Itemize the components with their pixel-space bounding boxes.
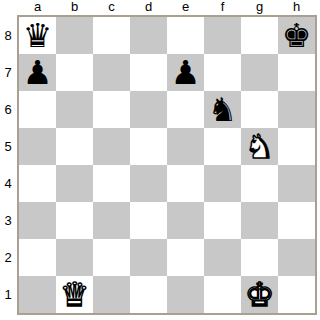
square-h4[interactable] <box>278 165 315 202</box>
square-d2[interactable] <box>130 239 167 276</box>
square-a3[interactable] <box>19 202 56 239</box>
square-d8[interactable] <box>130 17 167 54</box>
square-a8[interactable]: ♛ <box>19 17 56 54</box>
square-c8[interactable] <box>93 17 130 54</box>
square-f2[interactable] <box>204 239 241 276</box>
square-g7[interactable] <box>241 54 278 91</box>
square-c5[interactable] <box>93 128 130 165</box>
square-b2[interactable] <box>56 239 93 276</box>
square-g3[interactable] <box>241 202 278 239</box>
square-g6[interactable] <box>241 91 278 128</box>
square-b4[interactable] <box>56 165 93 202</box>
square-h5[interactable] <box>278 128 315 165</box>
rank-label-8: 8 <box>0 17 16 54</box>
square-e6[interactable] <box>167 91 204 128</box>
square-e2[interactable] <box>167 239 204 276</box>
square-f7[interactable] <box>204 54 241 91</box>
square-d7[interactable] <box>130 54 167 91</box>
square-b1[interactable]: ♛ <box>56 276 93 313</box>
black-king[interactable]: ♚ <box>282 19 312 52</box>
white-knight[interactable]: ♞ <box>245 130 275 163</box>
square-a6[interactable] <box>19 91 56 128</box>
square-a7[interactable]: ♟ <box>19 54 56 91</box>
square-e7[interactable]: ♟ <box>167 54 204 91</box>
square-d4[interactable] <box>130 165 167 202</box>
square-f4[interactable] <box>204 165 241 202</box>
square-c2[interactable] <box>93 239 130 276</box>
square-c4[interactable] <box>93 165 130 202</box>
rank-label-5: 5 <box>0 128 16 165</box>
square-f3[interactable] <box>204 202 241 239</box>
file-label-h: h <box>278 0 315 15</box>
square-a4[interactable] <box>19 165 56 202</box>
white-queen[interactable]: ♛ <box>60 278 90 311</box>
rank-label-1: 1 <box>0 276 16 313</box>
square-g8[interactable] <box>241 17 278 54</box>
square-f6[interactable]: ♞ <box>204 91 241 128</box>
square-b3[interactable] <box>56 202 93 239</box>
file-label-a: a <box>19 0 56 15</box>
chess-board: ♛♚♟♟♞♞♛♚ <box>17 15 317 315</box>
black-queen[interactable]: ♛ <box>23 19 53 52</box>
square-c7[interactable] <box>93 54 130 91</box>
square-f8[interactable] <box>204 17 241 54</box>
square-c3[interactable] <box>93 202 130 239</box>
rank-label-6: 6 <box>0 91 16 128</box>
rank-label-7: 7 <box>0 54 16 91</box>
square-b6[interactable] <box>56 91 93 128</box>
black-knight[interactable]: ♞ <box>208 93 238 126</box>
black-pawn[interactable]: ♟ <box>171 56 201 89</box>
square-d3[interactable] <box>130 202 167 239</box>
rank-label-2: 2 <box>0 239 16 276</box>
square-e4[interactable] <box>167 165 204 202</box>
square-e3[interactable] <box>167 202 204 239</box>
square-h2[interactable] <box>278 239 315 276</box>
white-king[interactable]: ♚ <box>245 278 275 311</box>
square-d1[interactable] <box>130 276 167 313</box>
square-a5[interactable] <box>19 128 56 165</box>
square-b5[interactable] <box>56 128 93 165</box>
square-g5[interactable]: ♞ <box>241 128 278 165</box>
square-c6[interactable] <box>93 91 130 128</box>
square-h6[interactable] <box>278 91 315 128</box>
square-a2[interactable] <box>19 239 56 276</box>
square-a1[interactable] <box>19 276 56 313</box>
square-h8[interactable]: ♚ <box>278 17 315 54</box>
square-d6[interactable] <box>130 91 167 128</box>
square-e8[interactable] <box>167 17 204 54</box>
file-label-e: e <box>167 0 204 15</box>
file-label-d: d <box>130 0 167 15</box>
square-f5[interactable] <box>204 128 241 165</box>
file-label-f: f <box>204 0 241 15</box>
chess-diagram: abcdefgh 87654321 ♛♚♟♟♞♞♛♚ <box>0 0 320 320</box>
square-h3[interactable] <box>278 202 315 239</box>
square-h1[interactable] <box>278 276 315 313</box>
square-g2[interactable] <box>241 239 278 276</box>
file-label-c: c <box>93 0 130 15</box>
square-b7[interactable] <box>56 54 93 91</box>
square-h7[interactable] <box>278 54 315 91</box>
square-e1[interactable] <box>167 276 204 313</box>
square-e5[interactable] <box>167 128 204 165</box>
square-f1[interactable] <box>204 276 241 313</box>
file-label-g: g <box>241 0 278 15</box>
square-b8[interactable] <box>56 17 93 54</box>
square-g4[interactable] <box>241 165 278 202</box>
rank-label-4: 4 <box>0 165 16 202</box>
file-label-b: b <box>56 0 93 15</box>
rank-label-3: 3 <box>0 202 16 239</box>
square-d5[interactable] <box>130 128 167 165</box>
black-pawn[interactable]: ♟ <box>23 56 53 89</box>
square-g1[interactable]: ♚ <box>241 276 278 313</box>
square-c1[interactable] <box>93 276 130 313</box>
